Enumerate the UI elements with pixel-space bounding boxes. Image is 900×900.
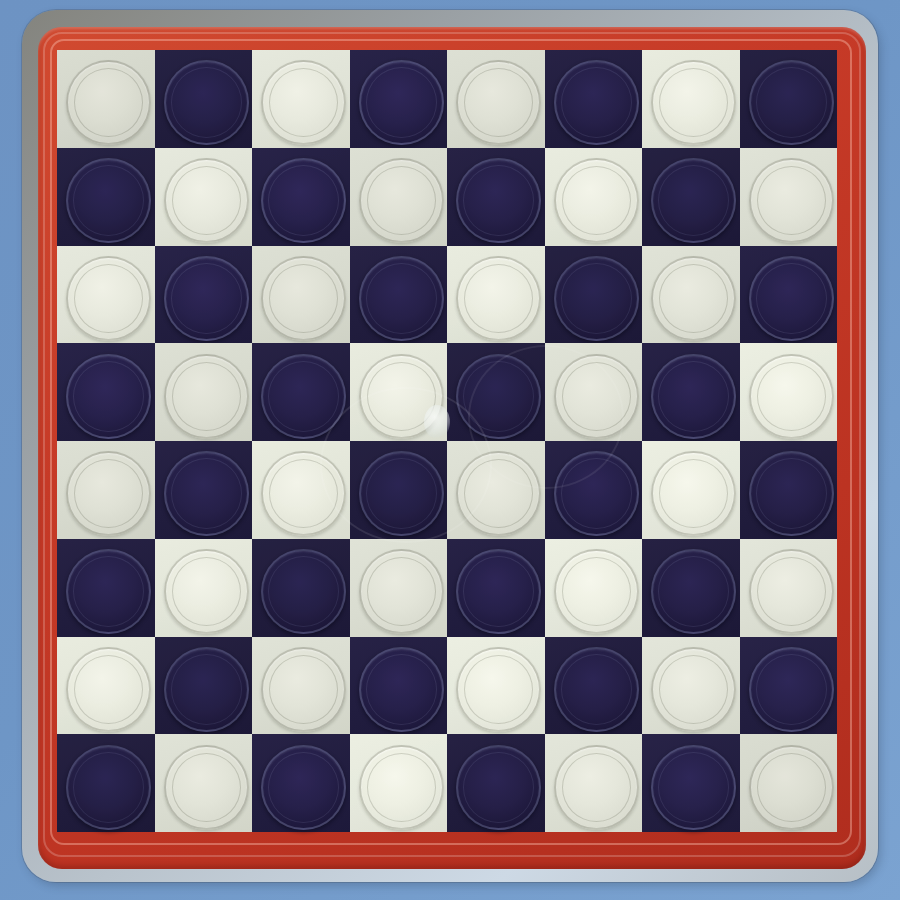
white-checker-disc[interactable] bbox=[359, 745, 444, 830]
white-checker-disc[interactable] bbox=[456, 647, 541, 732]
dark-checker-disc[interactable] bbox=[749, 647, 834, 732]
square-g2[interactable] bbox=[642, 637, 740, 735]
white-checker-disc[interactable] bbox=[456, 60, 541, 145]
square-g4[interactable] bbox=[642, 441, 740, 539]
square-h4[interactable] bbox=[740, 441, 838, 539]
square-b3[interactable] bbox=[155, 539, 253, 637]
square-d4[interactable] bbox=[350, 441, 448, 539]
white-checker-disc[interactable] bbox=[651, 647, 736, 732]
square-e1[interactable] bbox=[447, 734, 545, 832]
square-g1[interactable] bbox=[642, 734, 740, 832]
dark-checker-disc[interactable] bbox=[651, 745, 736, 830]
square-e6[interactable] bbox=[447, 246, 545, 344]
square-a1[interactable] bbox=[57, 734, 155, 832]
white-checker-disc[interactable] bbox=[164, 354, 249, 439]
dark-checker-disc[interactable] bbox=[456, 549, 541, 634]
dark-checker-disc[interactable] bbox=[554, 647, 639, 732]
square-c6[interactable] bbox=[252, 246, 350, 344]
white-checker-disc[interactable] bbox=[66, 451, 151, 536]
white-checker-disc[interactable] bbox=[554, 354, 639, 439]
dark-checker-disc[interactable] bbox=[66, 354, 151, 439]
checkers-board bbox=[57, 50, 837, 832]
white-checker-disc[interactable] bbox=[749, 549, 834, 634]
square-b1[interactable] bbox=[155, 734, 253, 832]
square-a7[interactable] bbox=[57, 148, 155, 246]
dark-checker-disc[interactable] bbox=[651, 549, 736, 634]
dark-checker-disc[interactable] bbox=[164, 60, 249, 145]
white-checker-disc[interactable] bbox=[651, 256, 736, 341]
square-c1[interactable] bbox=[252, 734, 350, 832]
square-d6[interactable] bbox=[350, 246, 448, 344]
square-d2[interactable] bbox=[350, 637, 448, 735]
square-e4[interactable] bbox=[447, 441, 545, 539]
square-f8[interactable] bbox=[545, 50, 643, 148]
square-a3[interactable] bbox=[57, 539, 155, 637]
square-h2[interactable] bbox=[740, 637, 838, 735]
square-c5[interactable] bbox=[252, 343, 350, 441]
square-f5[interactable] bbox=[545, 343, 643, 441]
photo-background bbox=[0, 0, 900, 900]
white-checker-disc[interactable] bbox=[66, 256, 151, 341]
square-f3[interactable] bbox=[545, 539, 643, 637]
square-h3[interactable] bbox=[740, 539, 838, 637]
square-d5[interactable] bbox=[350, 343, 448, 441]
dark-checker-disc[interactable] bbox=[456, 354, 541, 439]
dark-checker-disc[interactable] bbox=[164, 647, 249, 732]
square-b8[interactable] bbox=[155, 50, 253, 148]
white-checker-disc[interactable] bbox=[66, 647, 151, 732]
dark-checker-disc[interactable] bbox=[261, 745, 346, 830]
dark-checker-disc[interactable] bbox=[261, 158, 346, 243]
white-checker-disc[interactable] bbox=[261, 451, 346, 536]
square-d7[interactable] bbox=[350, 148, 448, 246]
square-d3[interactable] bbox=[350, 539, 448, 637]
white-checker-disc[interactable] bbox=[554, 158, 639, 243]
dark-checker-disc[interactable] bbox=[359, 451, 444, 536]
square-b4[interactable] bbox=[155, 441, 253, 539]
dark-checker-disc[interactable] bbox=[554, 256, 639, 341]
white-checker-disc[interactable] bbox=[359, 158, 444, 243]
white-checker-disc[interactable] bbox=[359, 549, 444, 634]
square-f7[interactable] bbox=[545, 148, 643, 246]
board-tray-edge bbox=[22, 10, 878, 882]
square-a8[interactable] bbox=[57, 50, 155, 148]
square-a5[interactable] bbox=[57, 343, 155, 441]
dark-checker-disc[interactable] bbox=[66, 158, 151, 243]
square-b2[interactable] bbox=[155, 637, 253, 735]
square-a2[interactable] bbox=[57, 637, 155, 735]
white-checker-disc[interactable] bbox=[749, 354, 834, 439]
square-f2[interactable] bbox=[545, 637, 643, 735]
square-a4[interactable] bbox=[57, 441, 155, 539]
dark-checker-disc[interactable] bbox=[359, 256, 444, 341]
red-frame bbox=[38, 27, 866, 869]
square-g5[interactable] bbox=[642, 343, 740, 441]
square-f4[interactable] bbox=[545, 441, 643, 539]
square-h7[interactable] bbox=[740, 148, 838, 246]
white-checker-disc[interactable] bbox=[164, 745, 249, 830]
dark-checker-disc[interactable] bbox=[749, 256, 834, 341]
dark-checker-disc[interactable] bbox=[749, 60, 834, 145]
dark-checker-disc[interactable] bbox=[66, 745, 151, 830]
dark-checker-disc[interactable] bbox=[359, 647, 444, 732]
square-b5[interactable] bbox=[155, 343, 253, 441]
square-c4[interactable] bbox=[252, 441, 350, 539]
dark-checker-disc[interactable] bbox=[651, 354, 736, 439]
square-e3[interactable] bbox=[447, 539, 545, 637]
square-g6[interactable] bbox=[642, 246, 740, 344]
white-checker-disc[interactable] bbox=[456, 256, 541, 341]
white-checker-disc[interactable] bbox=[66, 60, 151, 145]
square-a6[interactable] bbox=[57, 246, 155, 344]
white-checker-disc[interactable] bbox=[554, 745, 639, 830]
square-e7[interactable] bbox=[447, 148, 545, 246]
square-c2[interactable] bbox=[252, 637, 350, 735]
white-checker-disc[interactable] bbox=[651, 451, 736, 536]
white-checker-disc[interactable] bbox=[164, 549, 249, 634]
white-checker-disc[interactable] bbox=[261, 60, 346, 145]
square-h5[interactable] bbox=[740, 343, 838, 441]
white-checker-disc[interactable] bbox=[651, 60, 736, 145]
square-c8[interactable] bbox=[252, 50, 350, 148]
square-e2[interactable] bbox=[447, 637, 545, 735]
white-checker-disc[interactable] bbox=[261, 647, 346, 732]
white-checker-disc[interactable] bbox=[456, 451, 541, 536]
square-g7[interactable] bbox=[642, 148, 740, 246]
square-b6[interactable] bbox=[155, 246, 253, 344]
dark-checker-disc[interactable] bbox=[554, 60, 639, 145]
square-d8[interactable] bbox=[350, 50, 448, 148]
white-checker-disc[interactable] bbox=[359, 354, 444, 439]
square-h6[interactable] bbox=[740, 246, 838, 344]
dark-checker-disc[interactable] bbox=[651, 158, 736, 243]
white-checker-disc[interactable] bbox=[749, 745, 834, 830]
square-c7[interactable] bbox=[252, 148, 350, 246]
square-h8[interactable] bbox=[740, 50, 838, 148]
dark-checker-disc[interactable] bbox=[359, 60, 444, 145]
dark-checker-disc[interactable] bbox=[261, 354, 346, 439]
square-d1[interactable] bbox=[350, 734, 448, 832]
dark-checker-disc[interactable] bbox=[554, 451, 639, 536]
dark-checker-disc[interactable] bbox=[456, 745, 541, 830]
square-g3[interactable] bbox=[642, 539, 740, 637]
white-checker-disc[interactable] bbox=[164, 158, 249, 243]
square-c3[interactable] bbox=[252, 539, 350, 637]
dark-checker-disc[interactable] bbox=[261, 549, 346, 634]
dark-checker-disc[interactable] bbox=[749, 451, 834, 536]
square-h1[interactable] bbox=[740, 734, 838, 832]
white-checker-disc[interactable] bbox=[749, 158, 834, 243]
white-checker-disc[interactable] bbox=[554, 549, 639, 634]
square-f1[interactable] bbox=[545, 734, 643, 832]
square-b7[interactable] bbox=[155, 148, 253, 246]
square-e8[interactable] bbox=[447, 50, 545, 148]
square-e5[interactable] bbox=[447, 343, 545, 441]
dark-checker-disc[interactable] bbox=[66, 549, 151, 634]
dark-checker-disc[interactable] bbox=[456, 158, 541, 243]
dark-checker-disc[interactable] bbox=[164, 256, 249, 341]
white-checker-disc[interactable] bbox=[261, 256, 346, 341]
dark-checker-disc[interactable] bbox=[164, 451, 249, 536]
square-g8[interactable] bbox=[642, 50, 740, 148]
square-f6[interactable] bbox=[545, 246, 643, 344]
